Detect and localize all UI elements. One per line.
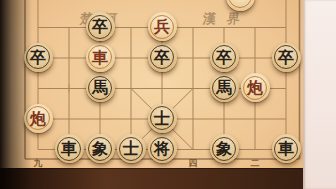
piece-black-soldier[interactable]: 卒 [24,43,53,72]
piece-glyph: 炮 [30,111,46,127]
piece-glyph: 卒 [154,50,170,66]
table-edge-strip [0,168,303,189]
piece-black-advisor[interactable]: 士 [117,134,146,163]
piece-glyph: 士 [154,111,170,127]
piece-black-horse[interactable]: 馬 [86,73,115,102]
side-panel-bar [303,0,336,189]
piece-glyph: 炮 [247,80,263,96]
piece-glyph: 馬 [216,80,232,96]
piece-glyph: 卒 [278,50,294,66]
piece-glyph: 車 [92,50,108,66]
piece-glyph: 卒 [92,19,108,35]
piece-glyph: 兵 [154,19,170,35]
piece-black-chariot[interactable]: 車 [272,134,301,163]
piece-black-advisor[interactable]: 士 [148,104,177,133]
piece-red-cannon[interactable]: 炮 [24,104,53,133]
piece-glyph: 卒 [30,50,46,66]
piece-glyph: 象 [216,141,232,157]
piece-red-chariot[interactable]: 車 [86,43,115,72]
piece-glyph: 士 [123,141,139,157]
piece-black-soldier[interactable]: 卒 [86,12,115,41]
piece-glyph: 将 [154,141,170,157]
piece-black-horse[interactable]: 馬 [210,73,239,102]
piece-red-soldier[interactable]: 兵 [148,12,177,41]
xiangqi-app-screen: 楚河 漢界 九四二 車象士将象車士炮馬馬炮卒車卒卒卒卒兵 [0,0,336,189]
piece-black-soldier[interactable]: 卒 [272,43,301,72]
piece-black-soldier[interactable]: 卒 [148,43,177,72]
piece-black-elephant[interactable]: 象 [210,134,239,163]
piece-glyph: 車 [61,141,77,157]
piece-red-cannon[interactable]: 炮 [241,73,270,102]
piece-glyph: 車 [278,141,294,157]
piece-black-chariot[interactable]: 車 [55,134,84,163]
piece-glyph: 象 [92,141,108,157]
piece-black-soldier[interactable]: 卒 [210,43,239,72]
piece-glyph: 馬 [92,80,108,96]
piece-black-elephant[interactable]: 象 [86,134,115,163]
piece-black-general[interactable]: 将 [148,134,177,163]
piece-glyph: 卒 [216,50,232,66]
